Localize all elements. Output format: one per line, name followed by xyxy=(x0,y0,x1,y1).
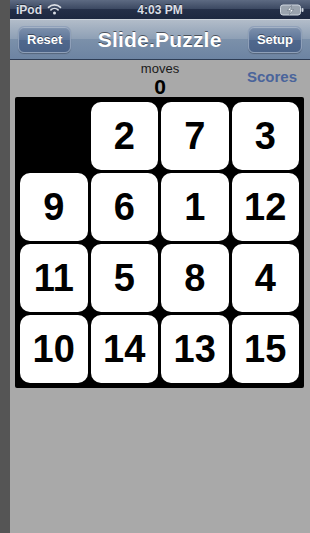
puzzle-tile[interactable]: 13 xyxy=(161,315,229,383)
scores-link[interactable]: Scores xyxy=(247,68,297,85)
battery-charging-icon xyxy=(280,4,304,16)
blank-cell xyxy=(20,102,88,170)
puzzle-tile[interactable]: 2 xyxy=(91,102,159,170)
puzzle-tile[interactable]: 1 xyxy=(161,173,229,241)
puzzle-tile[interactable]: 12 xyxy=(232,173,300,241)
moves-label: moves xyxy=(141,62,179,75)
puzzle-tile[interactable]: 11 xyxy=(20,244,88,312)
status-bar: iPod 4:03 PM xyxy=(10,0,310,19)
puzzle-tile[interactable]: 15 xyxy=(232,315,300,383)
puzzle-tile[interactable]: 6 xyxy=(91,173,159,241)
subheader: moves 0 Scores xyxy=(10,60,310,97)
puzzle-tile[interactable]: 9 xyxy=(20,173,88,241)
page-title: Slide.Puzzle xyxy=(98,28,222,52)
moves-count: 0 xyxy=(154,76,166,97)
puzzle-tile[interactable]: 7 xyxy=(161,102,229,170)
wifi-icon xyxy=(47,4,62,15)
puzzle-tile[interactable]: 14 xyxy=(91,315,159,383)
puzzle-tile[interactable]: 10 xyxy=(20,315,88,383)
clock: 4:03 PM xyxy=(96,3,224,17)
puzzle-tile[interactable]: 5 xyxy=(91,244,159,312)
puzzle-board: 2 7 3 9 6 1 12 11 5 8 4 10 14 13 15 xyxy=(15,97,304,388)
reset-button[interactable]: Reset xyxy=(18,26,71,53)
navigation-bar: Reset Slide.Puzzle Setup xyxy=(10,19,310,60)
puzzle-tile[interactable]: 4 xyxy=(232,244,300,312)
puzzle-tile[interactable]: 8 xyxy=(161,244,229,312)
setup-button[interactable]: Setup xyxy=(248,26,302,53)
carrier-label: iPod xyxy=(16,3,42,17)
puzzle-tile[interactable]: 3 xyxy=(232,102,300,170)
app-screen: iPod 4:03 PM xyxy=(10,0,310,533)
